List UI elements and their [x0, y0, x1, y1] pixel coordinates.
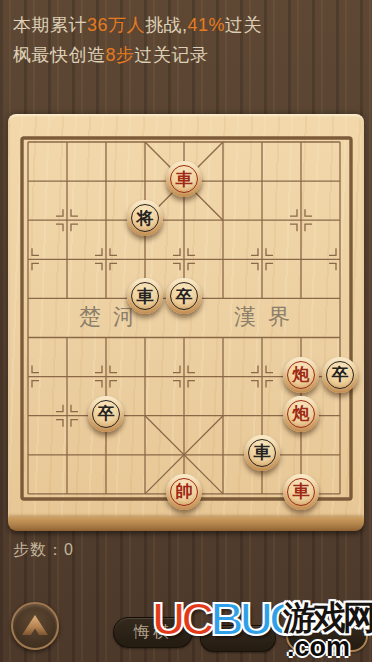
move-counter: 步数：0	[13, 540, 74, 561]
piece-red-炮[interactable]: 炮	[283, 396, 319, 432]
record-stats-line: 枫最快创造8步过关记录	[13, 43, 209, 67]
hidden-highlighted-button[interactable]	[286, 620, 368, 652]
challenge-stats-line: 本期累计36万人挑战,41%过关	[13, 13, 262, 37]
board-bottom-bevel	[8, 517, 364, 531]
piece-character: 卒	[170, 282, 198, 310]
piece-red-車[interactable]: 車	[283, 474, 319, 510]
app-screen: 本期累计36万人挑战,41%过关 枫最快创造8步过关记录 楚河 漢界 車将車卒炮…	[0, 0, 372, 662]
piece-black-卒[interactable]: 卒	[88, 396, 124, 432]
piece-red-炮[interactable]: 炮	[283, 357, 319, 393]
stats-pass-rate: 41%	[188, 15, 226, 35]
piece-black-卒[interactable]: 卒	[322, 357, 358, 393]
piece-black-車[interactable]: 車	[244, 435, 280, 471]
undo-move-button[interactable]: 悔棋	[113, 617, 193, 648]
double-chevron-up-icon	[22, 615, 48, 635]
piece-character: 卒	[92, 400, 120, 428]
hidden-action-button[interactable]	[200, 625, 276, 652]
piece-character: 炮	[287, 400, 315, 428]
record-text: 枫最快创造	[13, 45, 106, 65]
piece-character: 車	[131, 282, 159, 310]
record-steps: 8步	[106, 45, 135, 65]
piece-character: 車	[170, 165, 198, 193]
piece-character: 卒	[326, 361, 354, 389]
piece-red-帥[interactable]: 帥	[166, 474, 202, 510]
piece-character: 車	[248, 439, 276, 467]
stats-text: 挑战,	[145, 15, 188, 35]
piece-character: 炮	[287, 361, 315, 389]
piece-red-車[interactable]: 車	[166, 161, 202, 197]
record-text: 过关记录	[135, 45, 209, 65]
move-counter-value: 0	[64, 541, 74, 558]
move-counter-label: 步数：	[13, 541, 64, 558]
piece-black-将[interactable]: 将	[127, 200, 163, 236]
expand-up-button[interactable]	[11, 602, 59, 650]
river-label-right: 漢界	[222, 302, 302, 332]
piece-character: 将	[131, 204, 159, 232]
stats-text: 过关	[225, 15, 262, 35]
stats-participants: 36万人	[87, 15, 145, 35]
piece-character: 帥	[170, 478, 198, 506]
undo-move-label: 悔棋	[134, 622, 172, 643]
stats-text: 本期累计	[13, 15, 87, 35]
piece-character: 車	[287, 478, 315, 506]
